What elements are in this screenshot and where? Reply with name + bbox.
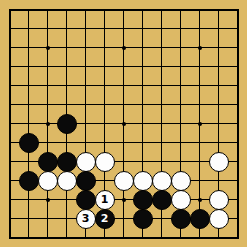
stone-black-move-2: 2: [95, 209, 115, 229]
stone-black: [76, 190, 96, 210]
go-board-diagram: 132: [0, 0, 247, 247]
move-number-label: 2: [101, 213, 109, 224]
stone-black: [19, 133, 39, 153]
stone-white: [152, 171, 172, 191]
stone-white: [209, 209, 229, 229]
stone-white: [171, 171, 191, 191]
move-number-label: 3: [82, 213, 90, 224]
stone-white-move-3: 3: [76, 209, 96, 229]
hoshi-star-point: [122, 122, 126, 126]
stone-black: [171, 209, 191, 229]
stone-black: [76, 171, 96, 191]
stone-black: [133, 190, 153, 210]
hoshi-star-point: [46, 46, 50, 50]
hoshi-star-point: [198, 198, 202, 202]
hoshi-star-point: [46, 198, 50, 202]
hoshi-star-point: [198, 122, 202, 126]
stone-white: [114, 171, 134, 191]
stone-white: [209, 152, 229, 172]
stone-black: [38, 152, 58, 172]
stone-white: [38, 171, 58, 191]
stone-white: [209, 190, 229, 210]
stone-white: [171, 190, 191, 210]
stone-black: [152, 190, 172, 210]
stone-white: [95, 152, 115, 172]
stone-white: [57, 171, 77, 191]
hoshi-star-point: [46, 122, 50, 126]
stone-white-move-1: 1: [95, 190, 115, 210]
stone-black: [57, 114, 77, 134]
stone-black: [133, 209, 153, 229]
stone-black: [19, 171, 39, 191]
stone-black: [190, 209, 210, 229]
stone-white: [133, 171, 153, 191]
goban[interactable]: 132: [0, 0, 247, 247]
move-number-label: 1: [101, 194, 109, 205]
hoshi-star-point: [122, 198, 126, 202]
stone-black: [57, 152, 77, 172]
hoshi-star-point: [198, 46, 202, 50]
hoshi-star-point: [122, 46, 126, 50]
stone-white: [76, 152, 96, 172]
grid-line-horizontal: [9, 142, 238, 143]
